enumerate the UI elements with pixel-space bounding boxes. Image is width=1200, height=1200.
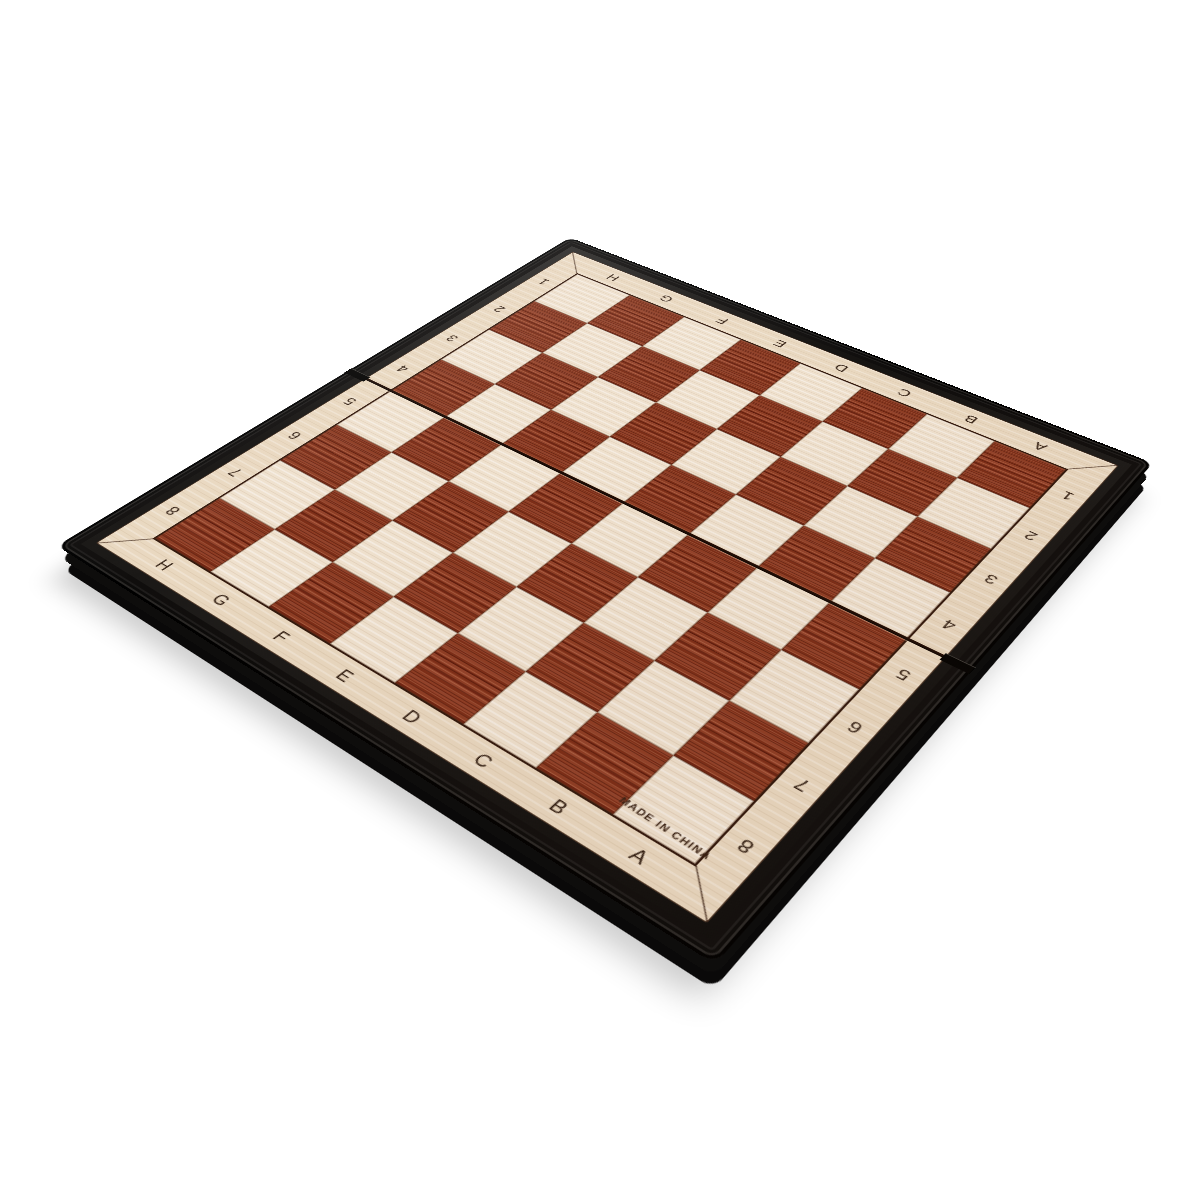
chessboard: HH11GG22FF33EE44DD55CC66BB77AA88 MADE IN… — [57, 238, 1153, 965]
board-grid-border — [152, 273, 1068, 867]
product-photo-scene: HH11GG22FF33EE44DD55CC66BB77AA88 MADE IN… — [0, 0, 1200, 1200]
board-grid — [155, 274, 1065, 864]
